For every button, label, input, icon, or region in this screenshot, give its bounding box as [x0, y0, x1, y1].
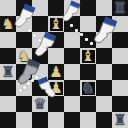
- square-e5[interactable]: [64, 48, 80, 64]
- square-c6[interactable]: [32, 32, 48, 48]
- square-a2[interactable]: [0, 96, 16, 112]
- square-d3[interactable]: ♟: [48, 80, 64, 96]
- square-d1[interactable]: [48, 112, 64, 128]
- square-f3[interactable]: ♞: [80, 80, 96, 96]
- square-b5[interactable]: ♞: [16, 48, 32, 64]
- square-g4[interactable]: [96, 64, 112, 80]
- square-h4[interactable]: [112, 64, 128, 80]
- square-h6[interactable]: [112, 32, 128, 48]
- square-c8[interactable]: [32, 0, 48, 16]
- square-a3[interactable]: [0, 80, 16, 96]
- square-b6[interactable]: [16, 32, 32, 48]
- chess-board: ♜♞♝♞♝♜♟♟♞♛♜: [0, 0, 128, 128]
- white-knight[interactable]: ♞: [1, 17, 15, 31]
- square-g3[interactable]: [96, 80, 112, 96]
- square-e1[interactable]: [64, 112, 80, 128]
- black-rook[interactable]: ♜: [113, 113, 127, 127]
- square-b1[interactable]: [16, 112, 32, 128]
- square-c5[interactable]: [32, 48, 48, 64]
- square-c1[interactable]: [32, 112, 48, 128]
- white-knight[interactable]: ♞: [17, 49, 31, 63]
- square-f5[interactable]: ♝: [80, 48, 96, 64]
- square-d8[interactable]: [48, 0, 64, 16]
- chess-app: ♜♞♝♞♝♜♟♟♞♛♜: [0, 0, 128, 128]
- square-d4[interactable]: ♟: [48, 64, 64, 80]
- square-g5[interactable]: [96, 48, 112, 64]
- square-b3[interactable]: [16, 80, 32, 96]
- square-c4[interactable]: [32, 64, 48, 80]
- square-a5[interactable]: [0, 48, 16, 64]
- square-h7[interactable]: [112, 16, 128, 32]
- square-h3[interactable]: [112, 80, 128, 96]
- black-queen[interactable]: ♛: [33, 97, 47, 111]
- square-a7[interactable]: ♞: [0, 16, 16, 32]
- square-f6[interactable]: [80, 32, 96, 48]
- square-g7[interactable]: [96, 16, 112, 32]
- square-b7[interactable]: [16, 16, 32, 32]
- square-f8[interactable]: [80, 0, 96, 16]
- square-e3[interactable]: [64, 80, 80, 96]
- white-bishop[interactable]: ♝: [50, 18, 63, 31]
- white-pawn[interactable]: ♟: [49, 65, 63, 79]
- black-knight[interactable]: ♞: [82, 82, 95, 95]
- square-d2[interactable]: [48, 96, 64, 112]
- square-b4[interactable]: [16, 64, 32, 80]
- square-a6[interactable]: [0, 32, 16, 48]
- square-a1[interactable]: [0, 112, 16, 128]
- square-c3[interactable]: [32, 80, 48, 96]
- square-b8[interactable]: [16, 0, 32, 16]
- black-rook[interactable]: ♜: [1, 65, 15, 79]
- square-h1[interactable]: ♜: [112, 112, 128, 128]
- square-d7[interactable]: ♝: [48, 16, 64, 32]
- square-c7[interactable]: [32, 16, 48, 32]
- square-a8[interactable]: [0, 0, 16, 16]
- square-g8[interactable]: [96, 0, 112, 16]
- square-g6[interactable]: [96, 32, 112, 48]
- square-h5[interactable]: [112, 48, 128, 64]
- square-g1[interactable]: [96, 112, 112, 128]
- square-e2[interactable]: [64, 96, 80, 112]
- white-bishop[interactable]: ♝: [82, 50, 95, 63]
- square-c2[interactable]: ♛: [32, 96, 48, 112]
- white-pawn[interactable]: ♟: [50, 82, 63, 95]
- square-e8[interactable]: [64, 0, 80, 16]
- square-e7[interactable]: [64, 16, 80, 32]
- square-h2[interactable]: [112, 96, 128, 112]
- square-f2[interactable]: [80, 96, 96, 112]
- square-d5[interactable]: [48, 48, 64, 64]
- square-e4[interactable]: [64, 64, 80, 80]
- square-f7[interactable]: [80, 16, 96, 32]
- black-rook[interactable]: ♜: [113, 1, 127, 15]
- square-h8[interactable]: ♜: [112, 0, 128, 16]
- square-d6[interactable]: [48, 32, 64, 48]
- square-f4[interactable]: [80, 64, 96, 80]
- square-f1[interactable]: [80, 112, 96, 128]
- square-a4[interactable]: ♜: [0, 64, 16, 80]
- square-b2[interactable]: [16, 96, 32, 112]
- square-e6[interactable]: [64, 32, 80, 48]
- square-g2[interactable]: [96, 96, 112, 112]
